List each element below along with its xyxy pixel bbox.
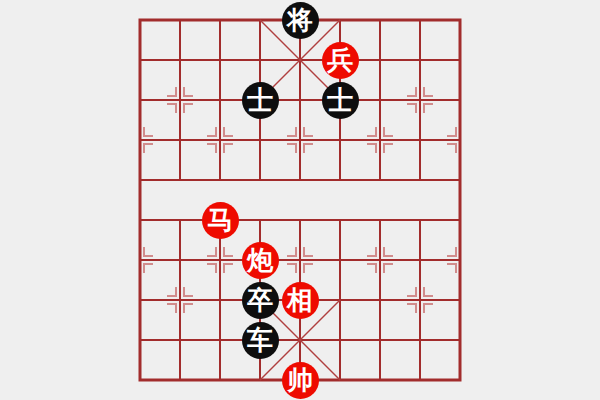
xiangqi-board: 将兵士士马炮卒相车帅 xyxy=(120,0,480,400)
piece-black-advisor[interactable]: 士 xyxy=(322,82,359,119)
piece-black-general[interactable]: 将 xyxy=(282,2,319,39)
piece-red-general[interactable]: 帅 xyxy=(282,362,319,399)
board-grid xyxy=(120,0,480,400)
piece-black-advisor[interactable]: 士 xyxy=(242,82,279,119)
piece-black-chariot[interactable]: 车 xyxy=(242,322,279,359)
piece-red-elephant[interactable]: 相 xyxy=(282,282,319,319)
piece-black-soldier[interactable]: 卒 xyxy=(242,282,279,319)
screenshot-root: { "game": "xiangqi", "position": { "fen"… xyxy=(0,0,600,400)
piece-red-horse[interactable]: 马 xyxy=(202,202,239,239)
piece-red-cannon[interactable]: 炮 xyxy=(242,242,279,279)
piece-red-soldier[interactable]: 兵 xyxy=(322,42,359,79)
